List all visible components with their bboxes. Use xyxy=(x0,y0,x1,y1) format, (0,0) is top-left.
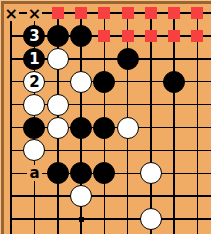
grid-line-vertical xyxy=(197,12,199,234)
black-stone xyxy=(23,117,45,139)
red-square-mark xyxy=(145,30,157,42)
x-mark: × xyxy=(4,6,19,21)
grid-line-horizontal xyxy=(10,218,211,220)
white-stone xyxy=(140,162,162,184)
red-square-mark xyxy=(168,30,180,42)
red-square-mark xyxy=(145,7,157,19)
black-stone xyxy=(70,162,92,184)
grid-line-horizontal xyxy=(10,195,211,197)
black-stone xyxy=(70,25,92,47)
frame-top-border xyxy=(0,1,211,4)
frame-left-border xyxy=(1,1,4,234)
black-stone xyxy=(47,162,69,184)
black-stone xyxy=(93,162,115,184)
red-square-mark xyxy=(98,30,110,42)
red-square-mark xyxy=(168,7,180,19)
black-stone xyxy=(163,71,185,93)
point-label-a: a xyxy=(27,165,42,181)
white-stone xyxy=(140,208,162,230)
stone-number-label: 1 xyxy=(23,48,45,70)
black-stone xyxy=(93,71,115,93)
red-square-mark xyxy=(52,7,64,19)
white-stone xyxy=(47,94,69,116)
white-stone xyxy=(23,94,45,116)
frame-left-highlight xyxy=(0,0,1,234)
black-stone xyxy=(47,25,69,47)
stone-number-label: 2 xyxy=(23,71,45,93)
stone-number-label: 3 xyxy=(23,25,45,47)
red-square-mark xyxy=(98,7,110,19)
red-square-mark xyxy=(75,7,87,19)
black-stone xyxy=(93,117,115,139)
red-square-mark xyxy=(191,30,203,42)
star-point xyxy=(79,217,84,222)
grid-line-vertical xyxy=(173,12,175,234)
red-square-mark xyxy=(122,7,134,19)
go-board[interactable]: ××a312 xyxy=(0,0,211,234)
white-stone xyxy=(23,139,45,161)
x-mark: × xyxy=(27,6,42,21)
white-stone xyxy=(117,117,139,139)
white-stone xyxy=(47,117,69,139)
black-stone xyxy=(117,48,139,70)
grid-line-vertical xyxy=(150,12,152,234)
white-stone xyxy=(70,71,92,93)
white-stone xyxy=(47,48,69,70)
go-diagram: ××a312 xyxy=(0,0,211,234)
black-stone xyxy=(70,117,92,139)
red-square-mark xyxy=(122,30,134,42)
red-square-mark xyxy=(191,7,203,19)
white-stone xyxy=(70,185,92,207)
grid-line-vertical xyxy=(10,12,12,234)
